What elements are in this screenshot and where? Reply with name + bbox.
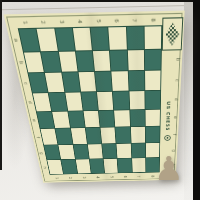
square-h3 (75, 160, 90, 174)
square-a7 (126, 27, 143, 49)
square-c8 (145, 71, 161, 90)
us-chess-logo-icon (164, 135, 171, 141)
square-b7 (127, 50, 144, 71)
square-g4 (88, 144, 103, 159)
square-c6 (112, 71, 129, 90)
square-c3 (62, 72, 80, 91)
square-c2 (45, 73, 64, 92)
square-a3 (55, 28, 75, 50)
square-e3 (68, 111, 85, 128)
square-f2 (56, 128, 73, 144)
square-e7 (130, 110, 145, 127)
square-d5 (97, 92, 113, 110)
square-a8 (144, 26, 161, 48)
square-d2 (49, 93, 67, 111)
square-a4 (73, 28, 92, 50)
square-e2 (52, 111, 69, 128)
square-g5 (102, 144, 117, 159)
square-b3 (58, 51, 77, 72)
square-h7 (132, 158, 145, 172)
square-h4 (90, 159, 105, 173)
square-g7 (131, 143, 145, 158)
background-seam (0, 5, 200, 11)
square-b6 (110, 50, 127, 71)
square-a5 (91, 27, 110, 49)
square-b4 (76, 51, 94, 72)
square-g3 (73, 144, 89, 159)
square-e5 (99, 110, 115, 127)
square-d6 (113, 91, 129, 109)
checkered-diamond-logo-icon (165, 23, 179, 46)
photo-frame-left (0, 0, 2, 170)
square-c7 (128, 71, 144, 90)
logo-box (162, 17, 183, 50)
background-edge-strip (184, 0, 193, 200)
square-e4 (83, 111, 99, 128)
square-b5 (93, 50, 111, 71)
photo-frame-top (0, 0, 200, 2)
square-h5 (104, 159, 118, 173)
square-f5 (101, 127, 116, 143)
square-f8 (145, 127, 159, 143)
square-c5 (95, 72, 112, 91)
square-e8 (145, 109, 160, 126)
square-h6 (118, 159, 132, 173)
square-d7 (129, 91, 144, 109)
photo-frame-right (193, 0, 200, 200)
square-d8 (145, 91, 160, 109)
square-d3 (65, 92, 82, 110)
square-d4 (81, 92, 98, 110)
pawn-piece: ♟ (154, 152, 184, 185)
square-g2 (59, 145, 75, 160)
photo-scene: 12345678 12345678 abcdefgh abcdefgh US C… (0, 0, 200, 200)
square-f4 (86, 128, 102, 144)
square-f7 (130, 127, 144, 143)
square-a6 (109, 27, 127, 49)
square-h2 (61, 160, 76, 174)
square-g6 (117, 143, 131, 158)
square-c4 (78, 72, 96, 91)
square-e6 (114, 110, 129, 127)
square-a2 (37, 29, 57, 51)
square-f3 (71, 128, 87, 144)
square-f6 (115, 127, 130, 143)
square-b2 (41, 51, 61, 72)
brand-label: US CHESS (165, 102, 171, 132)
square-b8 (145, 49, 161, 70)
